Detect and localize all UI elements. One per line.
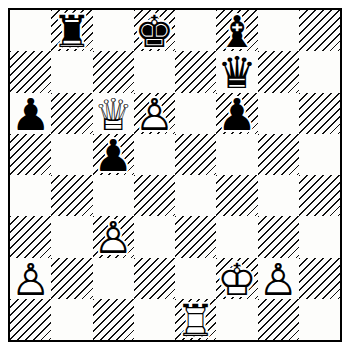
square-e4[interactable] (175, 175, 216, 216)
square-e8[interactable] (175, 10, 216, 51)
square-b7[interactable] (51, 51, 92, 92)
white-king-icon: ♔ (217, 258, 256, 302)
square-a8[interactable] (10, 10, 51, 51)
square-a5[interactable] (10, 134, 51, 175)
piece-white-pawn[interactable]: ♟♙ (134, 93, 175, 134)
square-a4[interactable] (10, 175, 51, 216)
black-pawn-icon: ♟ (11, 93, 50, 137)
square-d7[interactable] (134, 51, 175, 92)
piece-white-pawn[interactable]: ♟♙ (93, 216, 134, 257)
piece-white-king[interactable]: ♚♔ (216, 258, 257, 299)
square-b1[interactable] (51, 299, 92, 340)
square-c6[interactable]: ♛♕ (93, 93, 134, 134)
square-g7[interactable] (258, 51, 299, 92)
piece-black-king[interactable]: ♚ (134, 10, 175, 51)
square-b6[interactable] (51, 93, 92, 134)
square-h7[interactable] (299, 51, 340, 92)
square-f7[interactable]: ♛ (216, 51, 257, 92)
square-b8[interactable]: ♜ (51, 10, 92, 51)
square-g3[interactable] (258, 216, 299, 257)
square-d1[interactable] (134, 299, 175, 340)
black-pawn-icon: ♟ (93, 134, 132, 178)
square-h3[interactable] (299, 216, 340, 257)
square-a1[interactable] (10, 299, 51, 340)
black-rook-icon: ♜ (52, 10, 91, 54)
white-pawn-icon: ♙ (258, 258, 297, 302)
square-a2[interactable]: ♟♙ (10, 258, 51, 299)
piece-white-rook[interactable]: ♜♖ (175, 299, 216, 340)
piece-black-bishop[interactable]: ♝ (216, 10, 257, 51)
square-f4[interactable] (216, 175, 257, 216)
square-g5[interactable] (258, 134, 299, 175)
square-g6[interactable] (258, 93, 299, 134)
square-h8[interactable] (299, 10, 340, 51)
piece-black-queen[interactable]: ♛ (216, 51, 257, 92)
square-b4[interactable] (51, 175, 92, 216)
piece-white-queen[interactable]: ♛♕ (93, 93, 134, 134)
square-a7[interactable] (10, 51, 51, 92)
square-g8[interactable] (258, 10, 299, 51)
square-f5[interactable] (216, 134, 257, 175)
square-h1[interactable] (299, 299, 340, 340)
square-h6[interactable] (299, 93, 340, 134)
square-f6[interactable]: ♟ (216, 93, 257, 134)
square-d3[interactable] (134, 216, 175, 257)
square-f3[interactable] (216, 216, 257, 257)
square-h5[interactable] (299, 134, 340, 175)
piece-black-rook[interactable]: ♜ (51, 10, 92, 51)
square-f8[interactable]: ♝ (216, 10, 257, 51)
square-a6[interactable]: ♟ (10, 93, 51, 134)
square-b2[interactable] (51, 258, 92, 299)
square-b3[interactable] (51, 216, 92, 257)
square-c2[interactable] (93, 258, 134, 299)
square-e1[interactable]: ♜♖ (175, 299, 216, 340)
piece-black-pawn[interactable]: ♟ (216, 93, 257, 134)
square-g1[interactable] (258, 299, 299, 340)
white-pawn-icon: ♙ (93, 216, 132, 260)
square-c1[interactable] (93, 299, 134, 340)
chess-board: ♜♚♝♛♟♛♕♟♙♟♟♟♙♟♙♚♔♟♙♜♖ (10, 10, 340, 340)
piece-black-pawn[interactable]: ♟ (10, 93, 51, 134)
square-d2[interactable] (134, 258, 175, 299)
chess-board-frame: ♜♚♝♛♟♛♕♟♙♟♟♟♙♟♙♚♔♟♙♜♖ (8, 8, 342, 342)
square-f1[interactable] (216, 299, 257, 340)
square-d5[interactable] (134, 134, 175, 175)
square-g4[interactable] (258, 175, 299, 216)
square-c4[interactable] (93, 175, 134, 216)
square-b5[interactable] (51, 134, 92, 175)
chess-diagram-page: ♜♚♝♛♟♛♕♟♙♟♟♟♙♟♙♚♔♟♙♜♖ (0, 0, 350, 350)
square-h4[interactable] (299, 175, 340, 216)
piece-white-pawn[interactable]: ♟♙ (258, 258, 299, 299)
square-d8[interactable]: ♚ (134, 10, 175, 51)
piece-white-pawn[interactable]: ♟♙ (10, 258, 51, 299)
black-pawn-icon: ♟ (217, 93, 256, 137)
square-g2[interactable]: ♟♙ (258, 258, 299, 299)
square-e2[interactable] (175, 258, 216, 299)
square-e7[interactable] (175, 51, 216, 92)
black-king-icon: ♚ (135, 10, 174, 54)
square-f2[interactable]: ♚♔ (216, 258, 257, 299)
white-rook-icon: ♖ (176, 299, 215, 343)
white-pawn-icon: ♙ (11, 258, 50, 302)
piece-black-pawn[interactable]: ♟ (93, 134, 134, 175)
square-c7[interactable] (93, 51, 134, 92)
square-c3[interactable]: ♟♙ (93, 216, 134, 257)
square-e5[interactable] (175, 134, 216, 175)
square-e3[interactable] (175, 216, 216, 257)
square-c5[interactable]: ♟ (93, 134, 134, 175)
square-d4[interactable] (134, 175, 175, 216)
square-a3[interactable] (10, 216, 51, 257)
square-d6[interactable]: ♟♙ (134, 93, 175, 134)
white-pawn-icon: ♙ (135, 93, 174, 137)
square-h2[interactable] (299, 258, 340, 299)
square-c8[interactable] (93, 10, 134, 51)
square-e6[interactable] (175, 93, 216, 134)
